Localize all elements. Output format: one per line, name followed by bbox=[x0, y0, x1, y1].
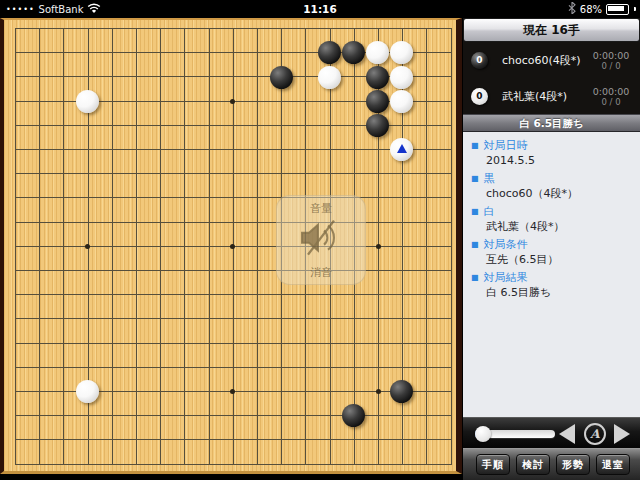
info-label: 白 bbox=[484, 205, 495, 218]
white-captures-stone-icon: 0 bbox=[471, 88, 488, 105]
info-label: 対局結果 bbox=[484, 271, 528, 284]
white-stone bbox=[76, 380, 99, 403]
player-clock: 0:00:000 / 0 bbox=[586, 86, 636, 107]
info-label-row: ■黒 bbox=[471, 172, 632, 185]
player-name: 武礼葉(4段*) bbox=[502, 89, 586, 104]
move-slider-bar: A bbox=[463, 417, 640, 448]
white-stone bbox=[390, 138, 413, 161]
bottom-button-bar: 手順検討形勢退室 bbox=[463, 448, 640, 480]
sidebar: 現在 16手 0choco60(4段*)0:00:000 / 00武礼葉(4段*… bbox=[463, 18, 640, 480]
info-label: 対局日時 bbox=[484, 139, 528, 152]
last-move-marker bbox=[397, 144, 407, 153]
volume-label: 音量 bbox=[276, 201, 366, 216]
slider-thumb[interactable] bbox=[475, 426, 491, 442]
volume-hud: 音量 消音 bbox=[276, 195, 366, 285]
info-label: 黒 bbox=[484, 172, 495, 185]
player-clock: 0:00:000 / 0 bbox=[586, 50, 636, 71]
bluetooth-icon bbox=[568, 2, 576, 16]
position-estimate-button[interactable]: 形勢 bbox=[556, 454, 590, 475]
black-stone bbox=[366, 90, 389, 113]
stones-layer bbox=[3, 17, 463, 477]
info-value: 武礼葉（4段*） bbox=[471, 220, 632, 233]
blue-square-bullet-icon: ■ bbox=[471, 271, 479, 284]
white-stone bbox=[318, 66, 341, 89]
app-screen: ••••• SoftBank 11:16 68% 音量 bbox=[0, 0, 640, 480]
player-name: choco60(4段*) bbox=[502, 53, 586, 68]
review-button[interactable]: 検討 bbox=[516, 454, 550, 475]
black-stone bbox=[270, 66, 293, 89]
battery-icon bbox=[606, 4, 629, 15]
time-remaining: 0:00:00 bbox=[586, 50, 636, 61]
blue-square-bullet-icon: ■ bbox=[471, 238, 479, 251]
white-stone bbox=[390, 41, 413, 64]
info-value: 2014.5.5 bbox=[471, 154, 632, 167]
black-stone bbox=[342, 41, 365, 64]
time-remaining: 0:00:00 bbox=[586, 86, 636, 97]
mute-label: 消音 bbox=[276, 265, 366, 280]
battery-tip bbox=[634, 7, 636, 11]
player-row-white: 0武礼葉(4段*)0:00:000 / 0 bbox=[463, 78, 640, 114]
info-label-row: ■対局条件 bbox=[471, 238, 632, 251]
mute-speaker-icon bbox=[298, 218, 344, 261]
blue-square-bullet-icon: ■ bbox=[471, 172, 479, 185]
previous-move-button[interactable] bbox=[559, 424, 575, 444]
info-label-row: ■対局結果 bbox=[471, 271, 632, 284]
autoplay-button[interactable]: A bbox=[584, 423, 606, 445]
info-label-row: ■白 bbox=[471, 205, 632, 218]
player-row-black: 0choco60(4段*)0:00:000 / 0 bbox=[463, 42, 640, 78]
black-stone bbox=[366, 114, 389, 137]
info-label: 対局条件 bbox=[484, 238, 528, 251]
white-stone bbox=[76, 90, 99, 113]
blue-square-bullet-icon: ■ bbox=[471, 139, 479, 152]
game-info-panel: ■対局日時2014.5.5■黒choco60（4段*）■白武礼葉（4段*）■対局… bbox=[463, 132, 640, 417]
status-right: 68% bbox=[568, 0, 636, 18]
status-bar: ••••• SoftBank 11:16 68% bbox=[0, 0, 640, 18]
battery-percent-label: 68% bbox=[580, 4, 602, 15]
player-panel: 0choco60(4段*)0:00:000 / 00武礼葉(4段*)0:00:0… bbox=[463, 42, 640, 114]
info-value: 互先（6.5目） bbox=[471, 253, 632, 266]
exit-button[interactable]: 退室 bbox=[596, 454, 630, 475]
black-stone bbox=[366, 66, 389, 89]
next-move-button[interactable] bbox=[614, 424, 630, 444]
black-stone bbox=[390, 380, 413, 403]
black-captures-stone-icon: 0 bbox=[471, 52, 488, 69]
white-stone bbox=[390, 90, 413, 113]
white-stone bbox=[390, 66, 413, 89]
black-stone bbox=[318, 41, 341, 64]
blue-square-bullet-icon: ■ bbox=[471, 205, 479, 218]
result-bar: 白 6.5目勝ち bbox=[463, 114, 640, 132]
clock-label: 11:16 bbox=[0, 3, 640, 15]
info-value: 白 6.5目勝ち bbox=[471, 286, 632, 299]
byoyomi-periods: 0 / 0 bbox=[586, 97, 636, 107]
info-value: choco60（4段*） bbox=[471, 187, 632, 200]
info-label-row: ■対局日時 bbox=[471, 139, 632, 152]
byoyomi-periods: 0 / 0 bbox=[586, 61, 636, 71]
move-counter-header: 現在 16手 bbox=[463, 18, 640, 42]
sequence-button[interactable]: 手順 bbox=[476, 454, 510, 475]
black-stone bbox=[342, 404, 365, 427]
white-stone bbox=[366, 41, 389, 64]
